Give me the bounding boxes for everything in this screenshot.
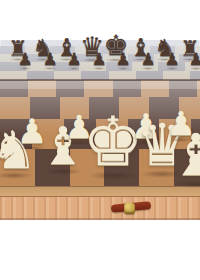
black-pawn-b: ♟ bbox=[42, 51, 57, 68]
hinge-glare bbox=[0, 81, 200, 89]
black-pawn-d: ♟ bbox=[91, 51, 106, 68]
brass-clasp-icon bbox=[110, 199, 152, 217]
wood-grain bbox=[0, 197, 200, 220]
box-front-edge bbox=[0, 196, 200, 220]
chess-set-photo: ♜♞♝♛♚♝♞♜♟♟♟♟♟♟♟♟♞♟♝♟♚♟♛♟♝ bbox=[0, 0, 200, 280]
box-bottom-shadow bbox=[0, 218, 200, 220]
black-pawn-h: ♟ bbox=[188, 51, 200, 68]
black-pawn-f: ♟ bbox=[140, 51, 155, 68]
black-pawn-c: ♟ bbox=[66, 51, 81, 68]
clasp-gold-button bbox=[124, 203, 135, 214]
black-pawn-a: ♟ bbox=[17, 51, 32, 68]
black-pawn-e: ♟ bbox=[115, 51, 130, 68]
white-bishop-g1: ♝ bbox=[170, 126, 200, 184]
black-pawn-g: ♟ bbox=[164, 51, 179, 68]
